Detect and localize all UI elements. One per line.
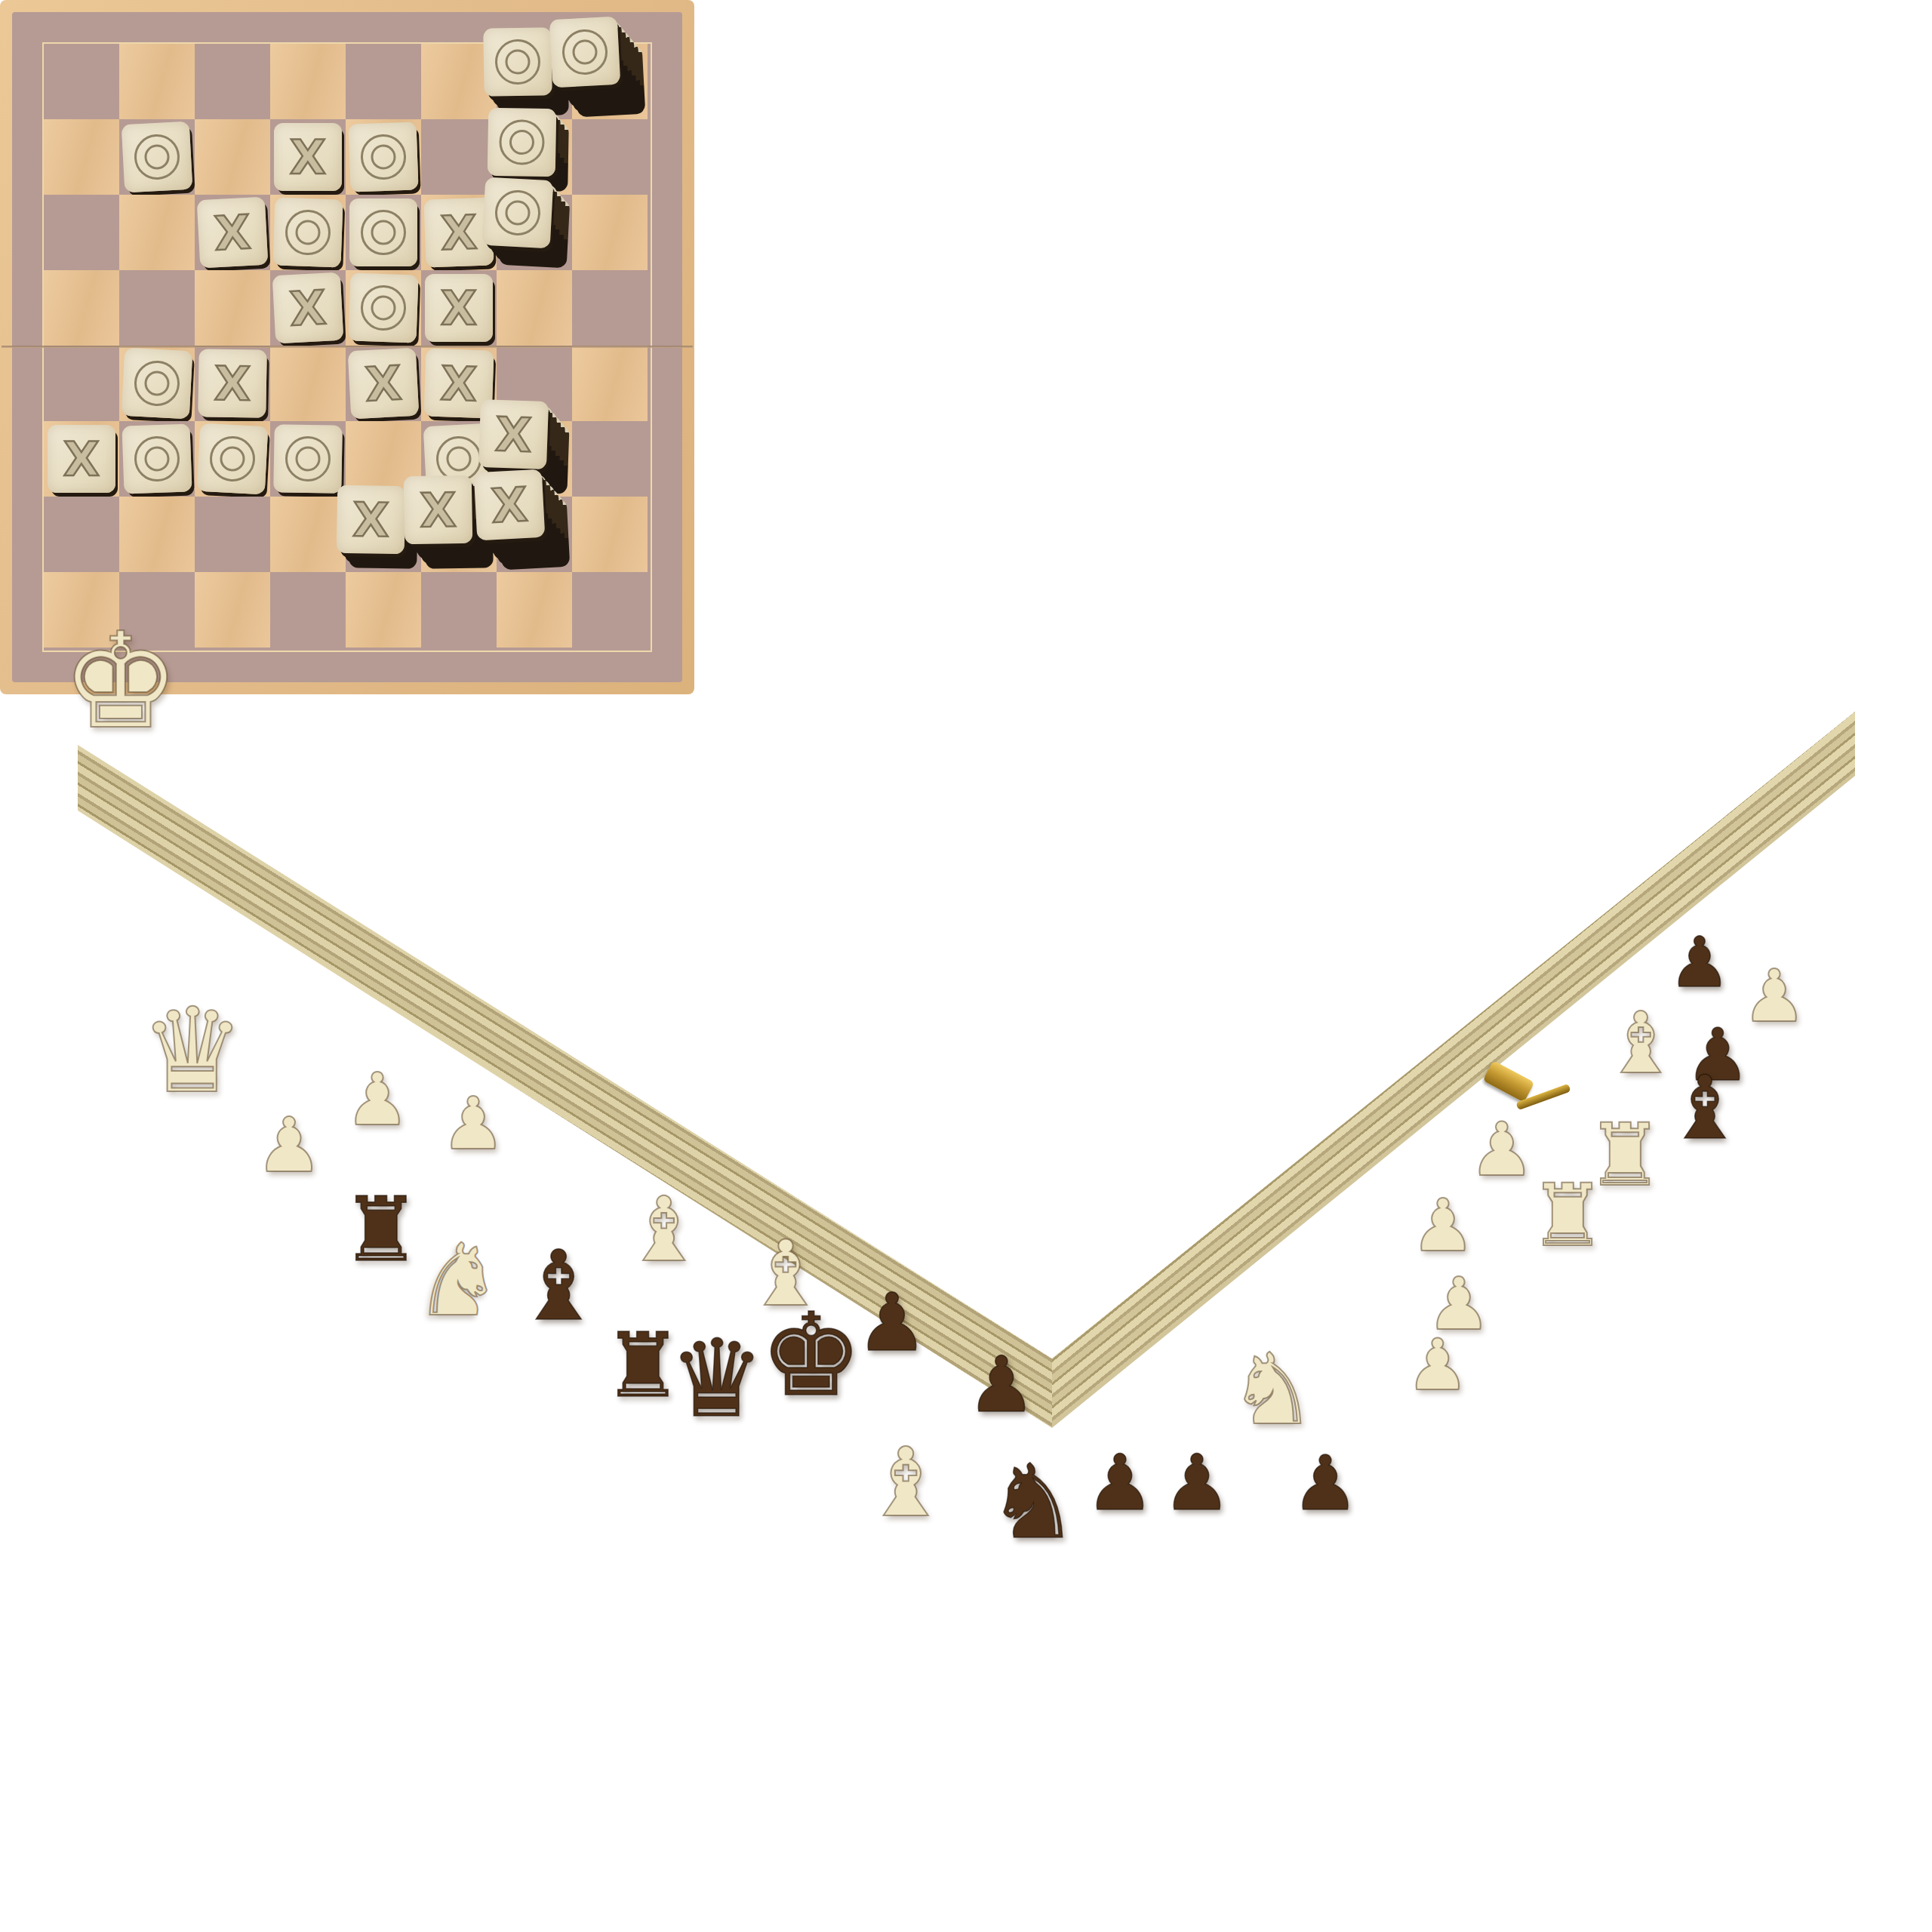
chess-piece-white-pawn[interactable]: ♟ (255, 1108, 323, 1183)
tile-x[interactable]: X (272, 272, 344, 344)
chess-piece-white-bishop[interactable]: ♝ (624, 1185, 704, 1274)
photo-scene: XXXXXXXXXXXXX ♚♟♟♝♟♛♟♝♟♟♟♜♜♟♜♝♝♞♝♟♟♟♜♚♟♛… (0, 0, 1932, 1932)
tile-o[interactable] (483, 27, 552, 97)
x-mark: X (478, 399, 549, 469)
o-mark-inner-ring (371, 220, 396, 245)
square-0-1[interactable] (44, 119, 119, 195)
square-2-4[interactable]: X (195, 346, 270, 421)
tile-x[interactable]: X (478, 399, 549, 469)
tile-o[interactable] (197, 423, 269, 495)
square-1-4[interactable] (119, 346, 195, 421)
x-mark: X (425, 274, 493, 342)
square-7-2[interactable] (572, 195, 648, 270)
chess-piece-dark-pawn[interactable]: ♟ (1162, 1444, 1231, 1521)
tile-x[interactable]: X (197, 197, 269, 269)
square-7-1[interactable] (572, 119, 648, 195)
square-4-1[interactable] (346, 119, 421, 195)
x-mark: X (198, 349, 267, 418)
square-3-7[interactable] (270, 572, 346, 648)
square-3-6[interactable] (270, 497, 346, 572)
board-frame: XXXXXXXXXXXXX (0, 0, 694, 694)
chess-piece-dark-pawn[interactable]: ♟ (967, 1346, 1035, 1423)
x-mark: X (474, 469, 546, 541)
square-2-5[interactable] (195, 421, 270, 497)
square-2-0[interactable] (195, 44, 270, 119)
square-7-5[interactable] (572, 421, 648, 497)
x-mark: X (48, 425, 115, 493)
square-0-0[interactable] (44, 44, 119, 119)
square-6-3[interactable] (497, 270, 572, 346)
tile-x[interactable]: X (274, 123, 342, 191)
chess-piece-white-queen[interactable]: ♛ (140, 992, 245, 1109)
x-mark: X (272, 272, 344, 344)
x-mark: X (337, 485, 406, 555)
square-7-4[interactable] (572, 346, 648, 421)
chess-piece-dark-rook[interactable]: ♜ (341, 1185, 421, 1274)
chess-piece-white-king[interactable]: ♚ (62, 615, 180, 747)
square-3-0[interactable] (270, 44, 346, 119)
chess-piece-white-pawn[interactable]: ♟ (1742, 960, 1807, 1032)
tile-o[interactable] (549, 17, 621, 88)
chess-piece-dark-king[interactable]: ♚ (760, 1298, 863, 1413)
square-3-5[interactable] (270, 421, 346, 497)
chess-piece-white-pawn[interactable]: ♟ (1406, 1330, 1469, 1401)
tile-x[interactable]: X (198, 349, 267, 418)
square-0-5[interactable]: X (44, 421, 119, 497)
square-7-6[interactable] (572, 497, 648, 572)
chess-piece-white-rook[interactable]: ♜ (1529, 1173, 1606, 1259)
tile-x[interactable]: X (404, 475, 473, 545)
square-6-6[interactable]: X (497, 497, 572, 572)
square-2-1[interactable] (195, 119, 270, 195)
square-4-7[interactable] (346, 572, 421, 648)
square-4-3[interactable] (346, 270, 421, 346)
square-2-3[interactable] (195, 270, 270, 346)
square-1-6[interactable] (119, 497, 195, 572)
tile-x[interactable]: X (48, 425, 115, 493)
chess-piece-white-pawn[interactable]: ♟ (345, 1063, 410, 1136)
tile-o[interactable] (488, 108, 557, 177)
square-6-7[interactable] (497, 572, 572, 648)
square-4-0[interactable] (346, 44, 421, 119)
tile-x[interactable]: X (474, 469, 546, 541)
square-3-2[interactable] (270, 195, 346, 270)
square-7-7[interactable] (572, 572, 648, 648)
chess-piece-dark-bishop[interactable]: ♝ (515, 1238, 602, 1334)
x-mark: X (404, 475, 473, 545)
tile-x[interactable]: X (425, 274, 493, 342)
square-4-2[interactable] (346, 195, 421, 270)
chess-piece-dark-knight[interactable]: ♞ (987, 1451, 1079, 1553)
chess-piece-dark-pawn[interactable]: ♟ (1085, 1444, 1154, 1521)
square-3-3[interactable]: X (270, 270, 346, 346)
tile-o[interactable] (348, 272, 418, 343)
square-5-3[interactable]: X (421, 270, 497, 346)
tile-o[interactable] (122, 122, 193, 193)
x-mark: X (274, 123, 342, 191)
tile-o[interactable] (273, 424, 343, 494)
chess-piece-dark-pawn[interactable]: ♟ (1669, 928, 1730, 998)
chess-piece-white-knight[interactable]: ♞ (414, 1230, 503, 1330)
square-3-4[interactable] (270, 346, 346, 421)
chess-piece-white-pawn[interactable]: ♟ (1411, 1189, 1475, 1262)
tile-o[interactable] (482, 177, 554, 249)
chess-piece-white-knight[interactable]: ♞ (1229, 1340, 1317, 1438)
square-1-3[interactable] (119, 270, 195, 346)
tile-o[interactable] (348, 122, 418, 192)
square-4-4[interactable]: X (346, 346, 421, 421)
square-0-4[interactable] (44, 346, 119, 421)
tile-o[interactable] (272, 197, 343, 267)
chess-piece-white-pawn[interactable]: ♟ (1469, 1112, 1535, 1186)
square-1-1[interactable] (119, 119, 195, 195)
game-board: XXXXXXXXXXXXX (0, 0, 694, 694)
square-6-2[interactable] (497, 195, 572, 270)
chess-piece-white-bishop[interactable]: ♝ (863, 1435, 949, 1531)
square-1-2[interactable] (119, 195, 195, 270)
chess-piece-white-pawn[interactable]: ♟ (441, 1088, 506, 1160)
x-mark: X (197, 197, 269, 269)
square-7-3[interactable] (572, 270, 648, 346)
tile-x[interactable]: X (348, 348, 420, 420)
square-7-0[interactable] (572, 44, 648, 119)
tile-o[interactable] (349, 198, 417, 266)
fold-seam (2, 346, 693, 348)
square-2-2[interactable]: X (195, 195, 270, 270)
brass-clasp-icon[interactable] (1483, 1060, 1535, 1103)
chess-piece-dark-pawn[interactable]: ♟ (1291, 1446, 1359, 1521)
square-2-7[interactable] (195, 572, 270, 648)
square-1-0[interactable] (119, 44, 195, 119)
tile-o[interactable] (122, 423, 192, 494)
chess-piece-dark-queen[interactable]: ♛ (669, 1325, 764, 1432)
tile-o[interactable] (122, 348, 193, 420)
square-3-1[interactable]: X (270, 119, 346, 195)
square-0-2[interactable] (44, 195, 119, 270)
square-0-6[interactable] (44, 497, 119, 572)
square-1-5[interactable] (119, 421, 195, 497)
tile-x[interactable]: X (337, 485, 406, 555)
x-mark: X (348, 348, 420, 420)
square-2-6[interactable] (195, 497, 270, 572)
square-0-3[interactable] (44, 270, 119, 346)
square-5-7[interactable] (421, 572, 497, 648)
chess-piece-dark-pawn[interactable]: ♟ (856, 1283, 928, 1363)
chess-piece-dark-bishop[interactable]: ♝ (1666, 1064, 1744, 1152)
